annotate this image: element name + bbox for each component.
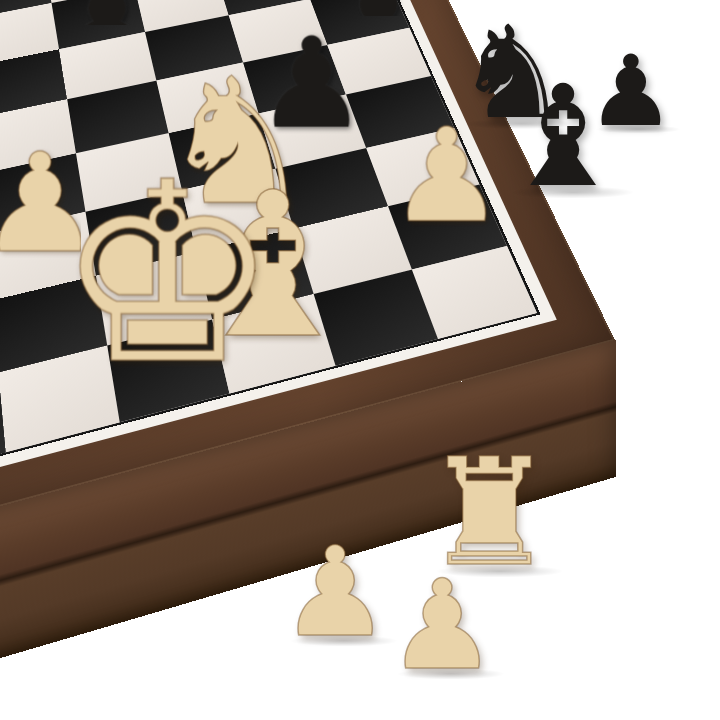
white-pawn-glyph: ♟ bbox=[389, 112, 505, 242]
square-e1: ♚ bbox=[107, 319, 229, 422]
loose-piece-black-pawn: ♟ bbox=[587, 42, 675, 140]
black-pawn-glyph: ♟ bbox=[54, 0, 161, 79]
loose-piece-white-pawn-right: ♟ bbox=[386, 563, 497, 687]
white-pawn-glyph: ♟ bbox=[0, 296, 11, 444]
white-king-glyph: ♚ bbox=[56, 150, 280, 400]
chess-photo-scene: ♚♟♟♟♟♞♟♟♚♝ ♞♝♟♜♟♟ bbox=[0, 0, 720, 720]
chess-box: ♚♟♟♟♟♞♟♟♚♝ bbox=[0, 0, 615, 628]
